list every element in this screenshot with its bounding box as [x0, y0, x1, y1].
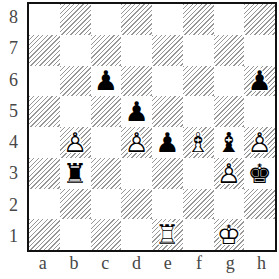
square-a6[interactable]	[29, 66, 60, 97]
rank-label-4: 4	[0, 127, 27, 158]
square-e1[interactable]: ♜♖	[152, 219, 183, 250]
white-pawn-b4[interactable]: ♟♙	[60, 127, 91, 158]
square-c7[interactable]	[91, 35, 122, 66]
black-pawn-glyph: ♟	[244, 65, 275, 96]
rank-label-6: 6	[0, 65, 27, 96]
square-a3[interactable]	[29, 158, 60, 189]
square-d6[interactable]	[121, 66, 152, 97]
square-f5[interactable]	[183, 96, 214, 127]
square-c6[interactable]: ♟	[91, 66, 122, 97]
rank-label-7: 7	[0, 33, 27, 64]
square-h4[interactable]: ♟♙	[244, 127, 275, 158]
black-bishop-g4[interactable]: ♝	[214, 127, 245, 158]
file-label-d: d	[121, 250, 152, 278]
file-label-e: e	[152, 250, 183, 278]
rank-label-5: 5	[0, 96, 27, 127]
file-label-f: f	[183, 250, 214, 278]
square-h6[interactable]: ♟	[244, 66, 275, 97]
square-d7[interactable]	[121, 35, 152, 66]
rank-label-2: 2	[0, 190, 27, 221]
white-pawn-h4[interactable]: ♟♙	[244, 127, 275, 158]
square-a5[interactable]	[29, 96, 60, 127]
white-pawn-g3[interactable]: ♟♙	[214, 158, 245, 189]
white-rook-e1[interactable]: ♜♖	[152, 219, 183, 250]
square-d4[interactable]: ♟♙	[121, 127, 152, 158]
white-pawn-d4[interactable]: ♟♙	[121, 127, 152, 158]
square-g7[interactable]	[214, 35, 245, 66]
square-c3[interactable]	[91, 158, 122, 189]
white-pawn-glyph: ♙	[121, 127, 152, 158]
black-pawn-d5[interactable]: ♟	[121, 96, 152, 127]
square-g4[interactable]: ♝	[214, 127, 245, 158]
black-king-glyph: ♚	[244, 157, 275, 188]
file-label-h: h	[246, 250, 277, 278]
square-f2[interactable]	[183, 189, 214, 220]
black-bishop-glyph: ♝	[214, 127, 245, 158]
square-b5[interactable]	[60, 96, 91, 127]
square-b4[interactable]: ♟♙	[60, 127, 91, 158]
square-e8[interactable]	[152, 4, 183, 35]
square-h5[interactable]	[244, 96, 275, 127]
square-h1[interactable]	[244, 219, 275, 250]
square-d2[interactable]	[121, 189, 152, 220]
square-e2[interactable]	[152, 189, 183, 220]
black-rook-glyph: ♜	[60, 157, 91, 188]
white-bishop-glyph: ♗	[183, 127, 214, 158]
square-b2[interactable]	[60, 189, 91, 220]
black-pawn-glyph: ♟	[152, 127, 183, 158]
square-f6[interactable]	[183, 66, 214, 97]
square-g8[interactable]	[214, 4, 245, 35]
square-g6[interactable]	[214, 66, 245, 97]
square-f7[interactable]	[183, 35, 214, 66]
square-c4[interactable]	[91, 127, 122, 158]
square-b6[interactable]	[60, 66, 91, 97]
square-c1[interactable]	[91, 219, 122, 250]
square-e7[interactable]	[152, 35, 183, 66]
square-a1[interactable]	[29, 219, 60, 250]
square-e3[interactable]	[152, 158, 183, 189]
black-rook-b3[interactable]: ♜	[60, 158, 91, 189]
square-c5[interactable]	[91, 96, 122, 127]
file-label-b: b	[58, 250, 89, 278]
file-label-g: g	[215, 250, 246, 278]
rank-label-3: 3	[0, 158, 27, 189]
file-label-a: a	[27, 250, 58, 278]
square-e4[interactable]: ♟	[152, 127, 183, 158]
chess-board: ♟♟♟♟♙♟♙♟♝♗♝♟♙♜♟♙♚♜♖♚♔	[27, 2, 277, 252]
square-d8[interactable]	[121, 4, 152, 35]
white-pawn-glyph: ♙	[244, 127, 275, 158]
square-d3[interactable]	[121, 158, 152, 189]
white-pawn-glyph: ♙	[214, 157, 245, 188]
rank-label-8: 8	[0, 2, 27, 33]
square-g5[interactable]	[214, 96, 245, 127]
black-pawn-h6[interactable]: ♟	[244, 66, 275, 97]
white-rook-glyph: ♖	[152, 219, 183, 250]
black-pawn-glyph: ♟	[121, 96, 152, 127]
square-b1[interactable]	[60, 219, 91, 250]
black-king-h3[interactable]: ♚	[244, 158, 275, 189]
square-b7[interactable]	[60, 35, 91, 66]
white-king-glyph: ♔	[214, 219, 245, 250]
white-bishop-f4[interactable]: ♝♗	[183, 127, 214, 158]
square-b3[interactable]: ♜	[60, 158, 91, 189]
square-c8[interactable]	[91, 4, 122, 35]
black-pawn-glyph: ♟	[91, 65, 122, 96]
square-a8[interactable]	[29, 4, 60, 35]
file-label-c: c	[90, 250, 121, 278]
square-c2[interactable]	[91, 189, 122, 220]
square-a2[interactable]	[29, 189, 60, 220]
square-g2[interactable]	[214, 189, 245, 220]
square-d5[interactable]: ♟	[121, 96, 152, 127]
square-f4[interactable]: ♝♗	[183, 127, 214, 158]
square-h2[interactable]	[244, 189, 275, 220]
square-e6[interactable]	[152, 66, 183, 97]
square-h8[interactable]	[244, 4, 275, 35]
square-h3[interactable]: ♚	[244, 158, 275, 189]
square-g3[interactable]: ♟♙	[214, 158, 245, 189]
square-h7[interactable]	[244, 35, 275, 66]
black-pawn-e4[interactable]: ♟	[152, 127, 183, 158]
square-g1[interactable]: ♚♔	[214, 219, 245, 250]
white-pawn-glyph: ♙	[60, 127, 91, 158]
square-f1[interactable]	[183, 219, 214, 250]
square-f3[interactable]	[183, 158, 214, 189]
square-a7[interactable]	[29, 35, 60, 66]
square-a4[interactable]	[29, 127, 60, 158]
square-b8[interactable]	[60, 4, 91, 35]
rank-labels: 87654321	[0, 2, 27, 252]
square-d1[interactable]	[121, 219, 152, 250]
file-labels: abcdefgh	[27, 250, 277, 278]
square-e5[interactable]	[152, 96, 183, 127]
black-pawn-c6[interactable]: ♟	[91, 66, 122, 97]
white-king-g1[interactable]: ♚♔	[214, 219, 245, 250]
chess-diagram: 87654321 ♟♟♟♟♙♟♙♟♝♗♝♟♙♜♟♙♚♜♖♚♔ abcdefgh	[0, 0, 279, 279]
rank-label-1: 1	[0, 221, 27, 252]
square-f8[interactable]	[183, 4, 214, 35]
